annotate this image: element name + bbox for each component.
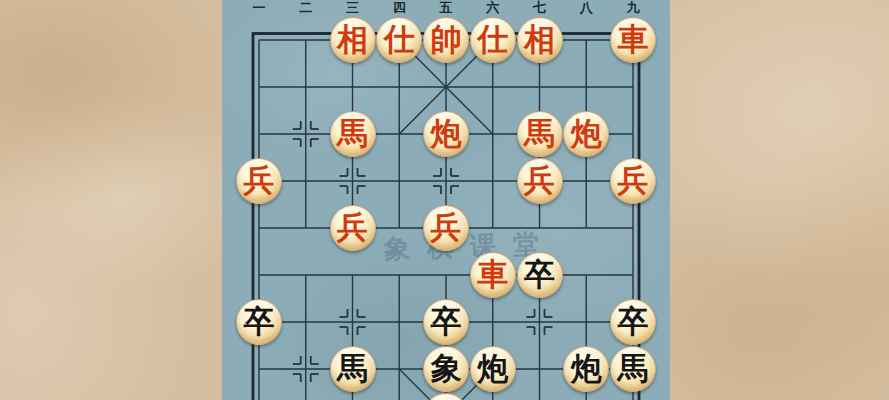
column-label-5: 五 — [440, 1, 453, 14]
piece-glyph: 炮 — [571, 353, 602, 384]
piece-glyph: 象 — [431, 353, 462, 384]
piece-glyph: 兵 — [618, 165, 649, 196]
piece-glyph: 卒 — [244, 306, 275, 337]
piece-red-帥[interactable]: 帥 — [423, 17, 469, 63]
piece-black-馬[interactable]: 馬 — [330, 346, 376, 392]
piece-black-卒[interactable]: 卒 — [236, 299, 282, 345]
column-label-7: 七 — [533, 1, 546, 14]
column-label-6: 六 — [486, 1, 499, 14]
piece-glyph: 帥 — [431, 24, 462, 55]
piece-glyph: 相 — [524, 24, 555, 55]
piece-glyph: 卒 — [618, 306, 649, 337]
piece-glyph: 相 — [337, 24, 368, 55]
piece-red-仕[interactable]: 仕 — [470, 17, 516, 63]
piece-red-兵[interactable]: 兵 — [610, 158, 656, 204]
piece-red-仕[interactable]: 仕 — [376, 17, 422, 63]
piece-red-兵[interactable]: 兵 — [330, 205, 376, 251]
piece-black-炮[interactable]: 炮 — [563, 346, 609, 392]
xiangqi-board: 象棋课堂 一二三四五六七八九 相仕帥仕相車馬炮馬炮兵兵兵兵兵車卒卒卒卒馬象炮炮馬 — [222, 0, 670, 400]
piece-black-炮[interactable]: 炮 — [470, 346, 516, 392]
piece-red-相[interactable]: 相 — [517, 17, 563, 63]
piece-glyph: 馬 — [337, 118, 368, 149]
column-label-1: 一 — [253, 1, 266, 14]
piece-glyph: 馬 — [337, 353, 368, 384]
piece-black-馬[interactable]: 馬 — [610, 346, 656, 392]
piece-glyph: 炮 — [477, 353, 508, 384]
piece-glyph: 卒 — [431, 306, 462, 337]
piece-glyph: 車 — [477, 259, 508, 290]
column-label-8: 八 — [580, 1, 593, 14]
piece-red-兵[interactable]: 兵 — [236, 158, 282, 204]
piece-black-象[interactable]: 象 — [423, 346, 469, 392]
column-label-2: 二 — [299, 1, 312, 14]
piece-red-炮[interactable]: 炮 — [423, 111, 469, 157]
piece-red-馬[interactable]: 馬 — [517, 111, 563, 157]
piece-black-卒[interactable]: 卒 — [517, 252, 563, 298]
screenshot-stage: 象棋课堂 一二三四五六七八九 相仕帥仕相車馬炮馬炮兵兵兵兵兵車卒卒卒卒馬象炮炮馬 — [0, 0, 889, 400]
piece-red-兵[interactable]: 兵 — [517, 158, 563, 204]
piece-glyph: 馬 — [618, 353, 649, 384]
piece-glyph: 仕 — [384, 24, 415, 55]
piece-black-卒[interactable]: 卒 — [423, 299, 469, 345]
piece-red-車[interactable]: 車 — [610, 17, 656, 63]
piece-red-相[interactable]: 相 — [330, 17, 376, 63]
piece-glyph: 卒 — [524, 259, 555, 290]
piece-glyph: 車 — [618, 24, 649, 55]
column-label-3: 三 — [346, 1, 359, 14]
piece-glyph: 兵 — [244, 165, 275, 196]
column-label-9: 九 — [627, 1, 640, 14]
piece-red-兵[interactable]: 兵 — [423, 205, 469, 251]
piece-glyph: 兵 — [524, 165, 555, 196]
column-label-4: 四 — [393, 1, 406, 14]
piece-red-馬[interactable]: 馬 — [330, 111, 376, 157]
piece-black-卒[interactable]: 卒 — [610, 299, 656, 345]
piece-glyph: 馬 — [524, 118, 555, 149]
piece-glyph: 炮 — [571, 118, 602, 149]
piece-glyph: 兵 — [337, 212, 368, 243]
piece-red-炮[interactable]: 炮 — [563, 111, 609, 157]
piece-glyph: 炮 — [431, 118, 462, 149]
piece-glyph: 仕 — [477, 24, 508, 55]
piece-glyph: 兵 — [431, 212, 462, 243]
piece-red-車[interactable]: 車 — [470, 252, 516, 298]
